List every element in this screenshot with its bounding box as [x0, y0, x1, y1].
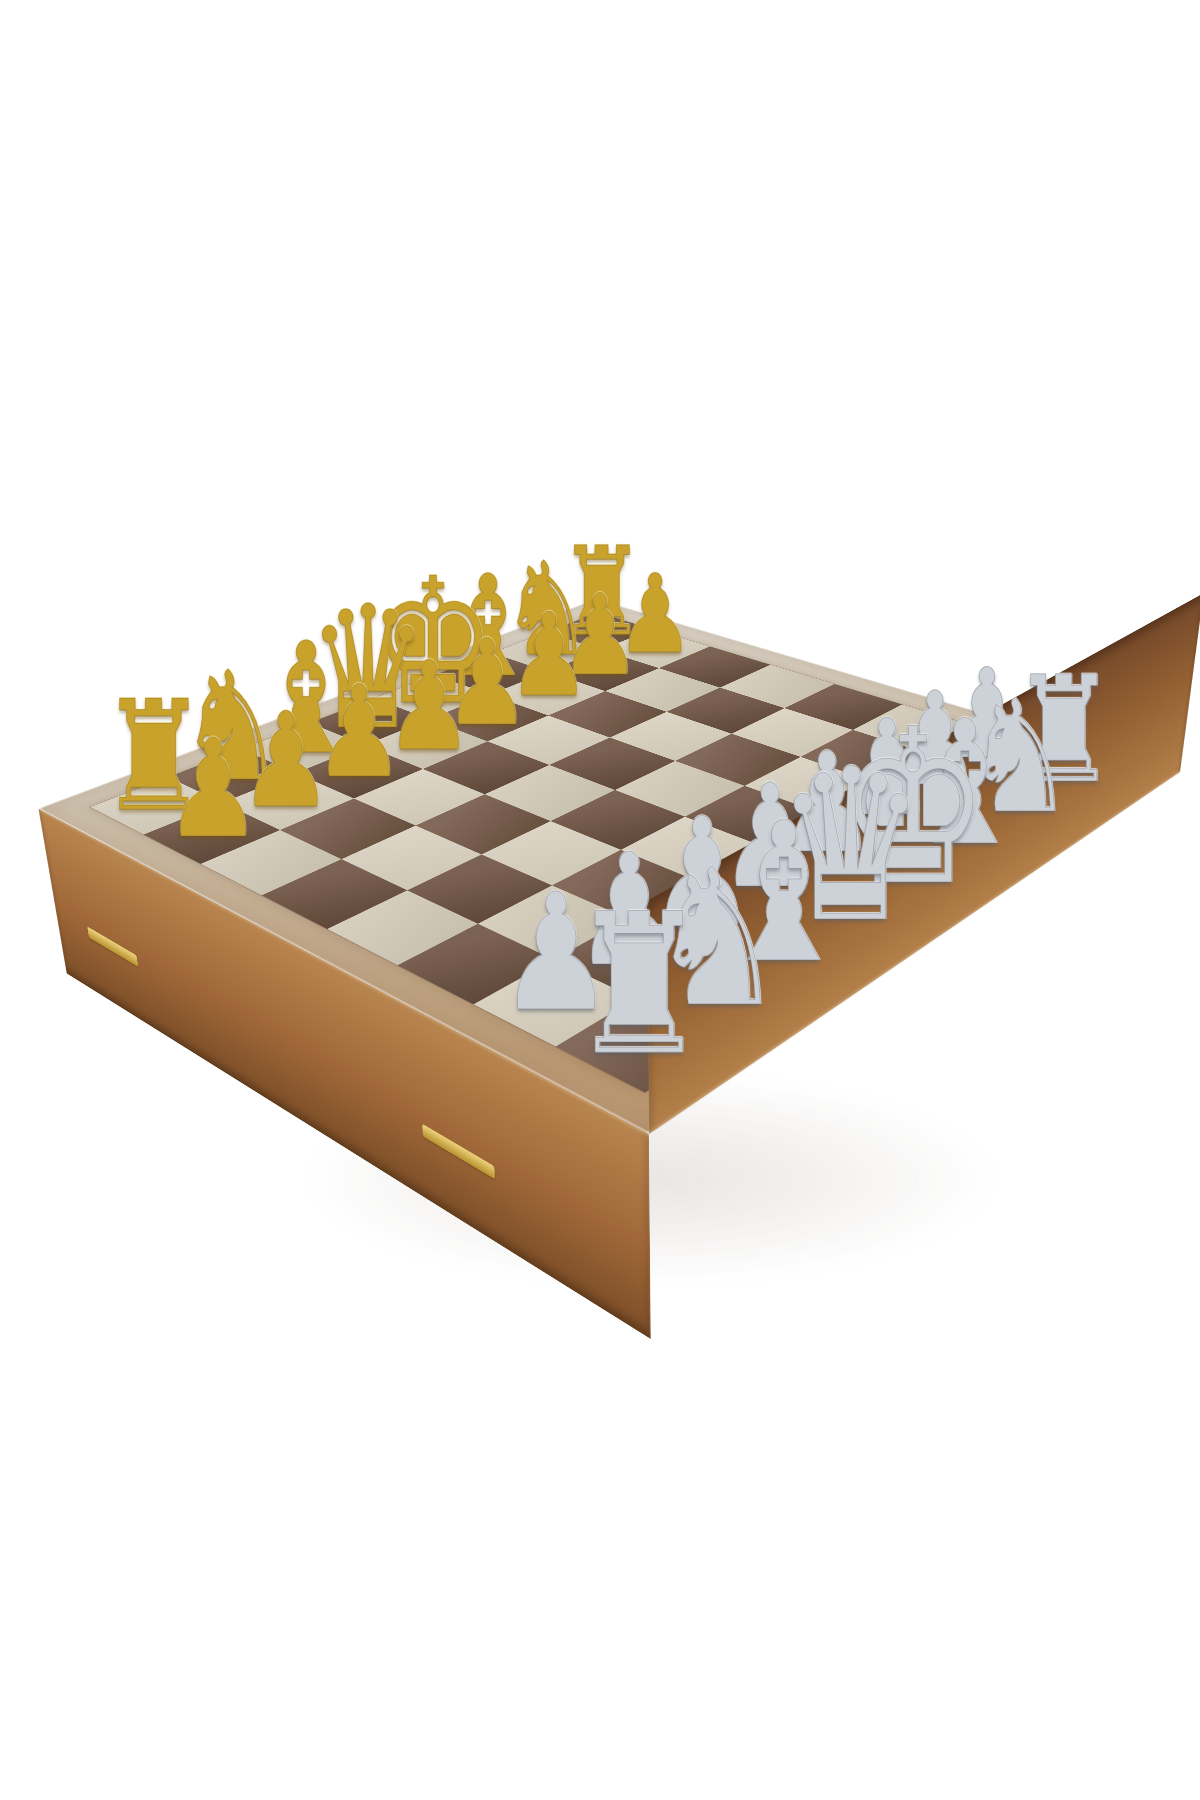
- hinge-pin-icon: [87, 926, 138, 967]
- chess-set-photo: ♜♞♝♛♚♝♞♜♟♟♟♟♟♟♟♟♟♟♟♟♟♟♟♟♜♞♝♛♚♝♞♜: [0, 0, 1200, 1800]
- hinge-pin-icon: [422, 1124, 495, 1180]
- chess-box: [38, 599, 1180, 1134]
